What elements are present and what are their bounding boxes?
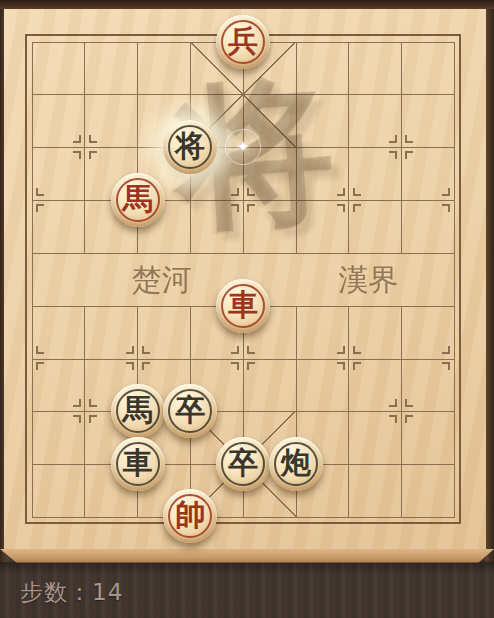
grid-cell [402, 43, 455, 96]
river-label-right: 漢界 [339, 265, 399, 295]
point-marker [72, 134, 98, 160]
piece-char: 兵 [228, 26, 258, 56]
marker-bracket [389, 415, 397, 423]
marker-bracket [442, 204, 450, 212]
marker-bracket [247, 188, 255, 196]
marker-bracket [36, 188, 44, 196]
point-marker [336, 345, 362, 371]
marker-bracket [389, 135, 397, 143]
board-shadow [0, 562, 494, 574]
marker-bracket [389, 151, 397, 159]
marker-bracket [73, 151, 81, 159]
marker-bracket [442, 362, 450, 370]
marker-bracket [142, 362, 150, 370]
piece-char: 車 [228, 290, 258, 320]
marker-bracket [337, 188, 345, 196]
marker-bracket [231, 346, 239, 354]
grid-cell [402, 465, 455, 518]
point-marker [441, 187, 467, 213]
piece-char: 車 [123, 448, 153, 478]
board-frame-top [0, 0, 494, 9]
marker-bracket [73, 399, 81, 407]
marker-bracket [126, 362, 134, 370]
board-bevel-edge [0, 549, 494, 563]
marker-bracket [442, 188, 450, 196]
marker-bracket [353, 346, 361, 354]
point-marker [336, 187, 362, 213]
marker-bracket [389, 399, 397, 407]
point-marker [125, 345, 151, 371]
step-counter-label: 步数： [20, 579, 92, 605]
point-marker [72, 398, 98, 424]
grid-cell [85, 43, 138, 96]
piece-red-horse[interactable]: 馬 [111, 173, 165, 227]
marker-bracket [405, 415, 413, 423]
river-label-left: 楚河 [132, 265, 192, 295]
point-marker [19, 345, 45, 371]
piece-black-soldier-1[interactable]: 卒 [163, 384, 217, 438]
marker-bracket [231, 362, 239, 370]
step-counter: 步数：14 [20, 577, 123, 608]
grid-cell [297, 43, 350, 96]
marker-bracket [36, 204, 44, 212]
marker-bracket [231, 188, 239, 196]
marker-bracket [405, 399, 413, 407]
marker-bracket [247, 204, 255, 212]
point-marker [230, 345, 256, 371]
marker-bracket [89, 399, 97, 407]
marker-bracket [405, 151, 413, 159]
grid-cell [349, 465, 402, 518]
grid-cell [33, 43, 86, 96]
marker-bracket [89, 415, 97, 423]
piece-black-cannon[interactable]: 炮 [269, 437, 323, 491]
point-marker [388, 398, 414, 424]
marker-bracket [89, 135, 97, 143]
marker-bracket [353, 362, 361, 370]
marker-bracket [405, 135, 413, 143]
piece-red-soldier[interactable]: 兵 [216, 15, 270, 69]
point-marker [19, 187, 45, 213]
marker-bracket [142, 346, 150, 354]
piece-char: 卒 [175, 395, 205, 425]
marker-bracket [337, 362, 345, 370]
marker-bracket [353, 204, 361, 212]
marker-bracket [36, 362, 44, 370]
marker-bracket [247, 346, 255, 354]
marker-bracket [442, 346, 450, 354]
marker-bracket [337, 346, 345, 354]
marker-bracket [231, 204, 239, 212]
grid-cell [138, 43, 191, 96]
step-counter-value: 14 [92, 579, 123, 605]
piece-red-chariot[interactable]: 車 [216, 279, 270, 333]
grid-cell [297, 95, 350, 148]
marker-bracket [73, 415, 81, 423]
marker-bracket [337, 204, 345, 212]
piece-char: 帥 [175, 500, 205, 530]
piece-char: 卒 [228, 448, 258, 478]
piece-black-horse[interactable]: 馬 [111, 384, 165, 438]
piece-char: 馬 [123, 395, 153, 425]
piece-black-chariot[interactable]: 車 [111, 437, 165, 491]
marker-bracket [89, 151, 97, 159]
grid-cell [33, 465, 86, 518]
point-marker [388, 134, 414, 160]
marker-bracket [353, 188, 361, 196]
marker-bracket [126, 346, 134, 354]
piece-char: 将 [175, 131, 205, 161]
board-frame-right [486, 9, 494, 562]
piece-char: 馬 [123, 184, 153, 214]
point-marker [230, 187, 256, 213]
xiangqi-app: 楚河 漢界 将 兵将馬車馬卒車卒炮帥 ✦ 步数：14 [0, 0, 494, 618]
marker-bracket [36, 346, 44, 354]
grid-cell [349, 43, 402, 96]
marker-bracket [73, 135, 81, 143]
piece-black-soldier-2[interactable]: 卒 [216, 437, 270, 491]
marker-bracket [247, 362, 255, 370]
point-marker [441, 345, 467, 371]
piece-char: 炮 [281, 448, 311, 478]
